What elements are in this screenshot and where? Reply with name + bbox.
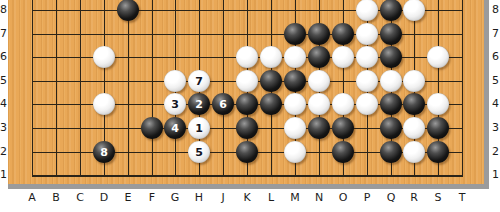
stone-white-R2 bbox=[403, 141, 425, 163]
stone-black-N3 bbox=[308, 117, 330, 139]
stone-black-J4: 6 bbox=[212, 93, 234, 115]
stone-black-E8 bbox=[117, 0, 139, 21]
column-label-D: D bbox=[95, 191, 113, 205]
stone-black-S3 bbox=[427, 117, 449, 139]
stone-black-O2 bbox=[332, 141, 354, 163]
row-label-right-2: 2 bbox=[491, 145, 500, 159]
row-label-left-2: 2 bbox=[0, 145, 8, 159]
row-label-left-7: 7 bbox=[0, 27, 8, 41]
stone-white-H2: 5 bbox=[188, 141, 210, 163]
move-number-label: 5 bbox=[195, 147, 203, 158]
row-label-left-8: 8 bbox=[0, 3, 8, 17]
stone-white-D6 bbox=[93, 46, 115, 68]
column-label-K: K bbox=[238, 191, 256, 205]
grid-line-col-T bbox=[462, 0, 463, 177]
stone-black-R4 bbox=[403, 93, 425, 115]
column-label-R: R bbox=[405, 191, 423, 205]
row-label-right-3: 3 bbox=[491, 121, 500, 135]
move-number-label: 3 bbox=[171, 99, 179, 110]
column-label-C: C bbox=[71, 191, 89, 205]
stone-white-O4 bbox=[332, 93, 354, 115]
stone-black-H4: 2 bbox=[188, 93, 210, 115]
stone-white-D4 bbox=[93, 93, 115, 115]
go-board[interactable]: 26487315 bbox=[8, 0, 489, 189]
move-number-label: 7 bbox=[195, 76, 203, 87]
stone-white-M6 bbox=[284, 46, 306, 68]
stone-black-Q2 bbox=[380, 141, 402, 163]
row-label-left-5: 5 bbox=[0, 74, 8, 88]
stone-black-Q3 bbox=[380, 117, 402, 139]
grid-line-col-C bbox=[80, 0, 81, 177]
stone-white-P6 bbox=[356, 46, 378, 68]
row-label-right-7: 7 bbox=[491, 27, 500, 41]
stone-white-P7 bbox=[356, 23, 378, 45]
stone-white-M2 bbox=[284, 141, 306, 163]
row-label-right-1: 1 bbox=[491, 168, 500, 182]
stone-white-G5 bbox=[164, 70, 186, 92]
stone-black-Q6 bbox=[380, 46, 402, 68]
stone-black-L4 bbox=[260, 93, 282, 115]
row-label-right-5: 5 bbox=[491, 74, 500, 88]
stone-white-S4 bbox=[427, 93, 449, 115]
stone-black-L5 bbox=[260, 70, 282, 92]
stone-black-N6 bbox=[308, 46, 330, 68]
column-label-J: J bbox=[214, 191, 232, 205]
row-label-right-6: 6 bbox=[491, 50, 500, 64]
stone-black-K2 bbox=[236, 141, 258, 163]
stone-white-P4 bbox=[356, 93, 378, 115]
move-number-label: 2 bbox=[195, 99, 203, 110]
column-label-Q: Q bbox=[382, 191, 400, 205]
stone-white-M3 bbox=[284, 117, 306, 139]
row-label-left-3: 3 bbox=[0, 121, 8, 135]
stone-black-Q4 bbox=[380, 93, 402, 115]
move-number-label: 1 bbox=[195, 123, 203, 134]
stone-white-S6 bbox=[427, 46, 449, 68]
stone-white-R3 bbox=[403, 117, 425, 139]
column-label-T: T bbox=[453, 191, 471, 205]
grid-line-col-F bbox=[152, 0, 153, 177]
stone-white-N4 bbox=[308, 93, 330, 115]
stone-white-Q5 bbox=[380, 70, 402, 92]
stone-black-K3 bbox=[236, 117, 258, 139]
move-number-label: 4 bbox=[171, 123, 179, 134]
stone-black-M5 bbox=[284, 70, 306, 92]
stone-white-G4: 3 bbox=[164, 93, 186, 115]
column-label-B: B bbox=[47, 191, 65, 205]
stone-black-G3: 4 bbox=[164, 117, 186, 139]
column-label-G: G bbox=[166, 191, 184, 205]
stone-white-M4 bbox=[284, 93, 306, 115]
stone-black-Q7 bbox=[380, 23, 402, 45]
column-label-N: N bbox=[310, 191, 328, 205]
move-number-label: 6 bbox=[219, 99, 227, 110]
grid-line-col-J bbox=[223, 0, 224, 177]
column-label-A: A bbox=[23, 191, 41, 205]
stone-black-S2 bbox=[427, 141, 449, 163]
grid-line-col-E bbox=[128, 0, 129, 177]
stone-black-O7 bbox=[332, 23, 354, 45]
stone-black-D2: 8 bbox=[93, 141, 115, 163]
stone-white-K6 bbox=[236, 46, 258, 68]
grid-line-row-1 bbox=[32, 175, 463, 177]
stone-black-M7 bbox=[284, 23, 306, 45]
row-label-left-1: 1 bbox=[0, 168, 8, 182]
stone-white-L6 bbox=[260, 46, 282, 68]
go-diagram-page: 26487315 87654321 87654321 ABCDEFGHJKLMN… bbox=[0, 0, 500, 212]
move-number-label: 8 bbox=[100, 147, 108, 158]
row-label-right-4: 4 bbox=[491, 97, 500, 111]
stone-black-K4 bbox=[236, 93, 258, 115]
stone-white-R8 bbox=[403, 0, 425, 21]
row-label-left-6: 6 bbox=[0, 50, 8, 64]
stone-black-F3 bbox=[141, 117, 163, 139]
stone-black-Q8 bbox=[380, 0, 402, 21]
column-label-S: S bbox=[429, 191, 447, 205]
stone-white-H3: 1 bbox=[188, 117, 210, 139]
column-label-L: L bbox=[262, 191, 280, 205]
stone-black-N7 bbox=[308, 23, 330, 45]
stone-white-H5: 7 bbox=[188, 70, 210, 92]
column-label-H: H bbox=[190, 191, 208, 205]
column-label-M: M bbox=[286, 191, 304, 205]
stone-white-R5 bbox=[403, 70, 425, 92]
grid-line-col-A bbox=[32, 0, 33, 177]
column-label-F: F bbox=[143, 191, 161, 205]
stone-white-N5 bbox=[308, 70, 330, 92]
stone-white-K5 bbox=[236, 70, 258, 92]
column-label-P: P bbox=[358, 191, 376, 205]
row-label-left-4: 4 bbox=[0, 97, 8, 111]
stone-white-P5 bbox=[356, 70, 378, 92]
stone-white-P8 bbox=[356, 0, 378, 21]
stone-white-O6 bbox=[332, 46, 354, 68]
grid-line-col-B bbox=[56, 0, 57, 177]
row-label-right-8: 8 bbox=[491, 3, 500, 17]
stone-black-O3 bbox=[332, 117, 354, 139]
column-label-E: E bbox=[119, 191, 137, 205]
column-label-O: O bbox=[334, 191, 352, 205]
